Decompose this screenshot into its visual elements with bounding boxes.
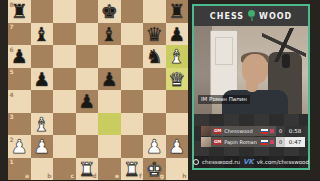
square-g7[interactable]: ♛ — [143, 23, 166, 46]
square-d8[interactable] — [76, 0, 99, 23]
webcam-video: IM Роман Папин — [194, 26, 308, 114]
black-bishop-e7[interactable]: ♝ — [98, 23, 121, 46]
player-avatar — [201, 126, 211, 136]
links-bar: chesswood.ru VK vk.com/chesswood — [194, 156, 308, 168]
player-clock: 0:47 — [285, 137, 305, 147]
square-a5[interactable]: 5 — [8, 68, 31, 91]
rank-label-6: 6 — [10, 47, 14, 53]
brand-banner: CHESS WOOD — [194, 6, 308, 26]
square-b3[interactable]: ♝ — [31, 113, 54, 136]
vk-icon: VK — [243, 159, 254, 166]
square-c5[interactable] — [53, 68, 76, 91]
rank-label-1: 1 — [10, 159, 14, 165]
membership-icon — [270, 140, 274, 144]
square-g8[interactable] — [143, 0, 166, 23]
square-h1[interactable]: h — [166, 158, 189, 181]
square-f3[interactable] — [121, 113, 144, 136]
rank-label-8: 8 — [10, 2, 14, 8]
file-label-c: c — [70, 173, 74, 179]
square-b2[interactable]: ♟ — [31, 135, 54, 158]
square-a6[interactable]: 6♟ — [8, 45, 31, 68]
match-score: 0 — [276, 126, 285, 136]
black-bishop-b7[interactable]: ♝ — [31, 23, 54, 46]
site-link[interactable]: chesswood.ru — [202, 159, 240, 165]
file-label-d: d — [92, 173, 96, 179]
square-a4[interactable]: 4 — [8, 90, 31, 113]
square-c8[interactable] — [53, 0, 76, 23]
streamer — [222, 52, 288, 114]
square-b4[interactable] — [31, 90, 54, 113]
square-h3[interactable] — [166, 113, 189, 136]
square-d7[interactable] — [76, 23, 99, 46]
square-c3[interactable] — [53, 113, 76, 136]
square-e7[interactable]: ♝ — [98, 23, 121, 46]
file-label-f: f — [139, 173, 142, 179]
player-row-bottom[interactable]: GM Papin Roman 0 0:47 — [201, 137, 305, 147]
square-c4[interactable] — [53, 90, 76, 113]
square-e2[interactable] — [98, 135, 121, 158]
membership-icon — [270, 129, 274, 133]
black-knight-g6[interactable]: ♞ — [143, 45, 166, 68]
square-f2[interactable] — [121, 135, 144, 158]
vk-link[interactable]: vk.com/chesswood — [257, 159, 309, 165]
square-f7[interactable] — [121, 23, 144, 46]
player-row-top[interactable]: GM Chesswood 0 0:58 — [201, 126, 305, 136]
square-f6[interactable] — [121, 45, 144, 68]
black-pawn-d4[interactable]: ♟ — [76, 90, 99, 113]
square-e3[interactable] — [98, 113, 121, 136]
player-name: Papin Roman — [224, 139, 259, 145]
square-f1[interactable]: f♜ — [121, 158, 144, 181]
square-d2[interactable] — [76, 135, 99, 158]
square-b7[interactable]: ♝ — [31, 23, 54, 46]
file-label-b: b — [47, 173, 51, 179]
flag-icon — [261, 140, 268, 145]
tree-icon — [247, 10, 256, 22]
square-c7[interactable] — [53, 23, 76, 46]
square-c2[interactable] — [53, 135, 76, 158]
square-h6[interactable]: ♝ — [166, 45, 189, 68]
white-bishop-b3[interactable]: ♝ — [31, 113, 54, 136]
white-queen-h5[interactable]: ♛ — [166, 68, 189, 91]
square-a3[interactable]: 3 — [8, 113, 31, 136]
square-b6[interactable] — [31, 45, 54, 68]
black-pawn-h7[interactable]: ♟ — [166, 23, 189, 46]
player-clock: 0:58 — [285, 126, 305, 136]
white-pawn-h2[interactable]: ♟ — [166, 135, 189, 158]
square-b1[interactable]: b — [31, 158, 54, 181]
square-h8[interactable]: ♜ — [166, 0, 189, 23]
stream-frame: 8♜♚♜7♝♝♛♟6♟♞♝5♟♟♛4♟3♝2♟♟♟♟1abcd♜ef♜g♚h C… — [0, 0, 320, 180]
square-b8[interactable] — [31, 0, 54, 23]
white-pawn-g2[interactable]: ♟ — [143, 135, 166, 158]
overlay-panel: CHESS WOOD IM Роман Папин GM — [192, 4, 310, 170]
file-label-a: a — [25, 173, 29, 179]
file-label-g: g — [160, 173, 164, 179]
square-a1[interactable]: 1a — [8, 158, 31, 181]
square-d4[interactable]: ♟ — [76, 90, 99, 113]
white-pawn-b2[interactable]: ♟ — [31, 135, 54, 158]
square-h2[interactable]: ♟ — [166, 135, 189, 158]
black-king-e8[interactable]: ♚ — [98, 0, 121, 23]
square-d5[interactable] — [76, 68, 99, 91]
webcam-name-caption: IM Роман Папин — [198, 95, 250, 104]
white-bishop-h6[interactable]: ♝ — [166, 45, 189, 68]
square-h7[interactable]: ♟ — [166, 23, 189, 46]
title-badge: GM — [213, 128, 222, 134]
rank-label-4: 4 — [10, 92, 14, 98]
rank-label-7: 7 — [10, 24, 14, 30]
rank-label-5: 5 — [10, 69, 14, 75]
player-name: Chesswood — [224, 128, 259, 134]
square-a7[interactable]: 7 — [8, 23, 31, 46]
black-rook-h8[interactable]: ♜ — [166, 0, 189, 23]
square-c1[interactable]: c — [53, 158, 76, 181]
title-badge: GM — [213, 139, 222, 145]
square-d6[interactable] — [76, 45, 99, 68]
black-pawn-e5[interactable]: ♟ — [98, 68, 121, 91]
square-d3[interactable] — [76, 113, 99, 136]
match-widget: GM Chesswood 0 0:58 GM Papin Roman 0 0:4… — [201, 126, 305, 148]
square-c6[interactable] — [53, 45, 76, 68]
square-g6[interactable]: ♞ — [143, 45, 166, 68]
brand-text-right: WOOD — [259, 12, 292, 21]
square-h4[interactable] — [166, 90, 189, 113]
square-d1[interactable]: d♜ — [76, 158, 99, 181]
match-score: 0 — [276, 137, 285, 147]
square-f5[interactable] — [121, 68, 144, 91]
square-g4[interactable] — [143, 90, 166, 113]
square-f4[interactable] — [121, 90, 144, 113]
file-label-e: e — [115, 173, 119, 179]
black-queen-g7[interactable]: ♛ — [143, 23, 166, 46]
rank-label-3: 3 — [10, 114, 14, 120]
rank-label-2: 2 — [10, 137, 14, 143]
file-label-h: h — [182, 173, 186, 179]
globe-icon — [193, 159, 199, 165]
square-g5[interactable] — [143, 68, 166, 91]
square-e5[interactable]: ♟ — [98, 68, 121, 91]
square-h5[interactable]: ♛ — [166, 68, 189, 91]
black-pawn-b5[interactable]: ♟ — [31, 68, 54, 91]
flag-icon — [261, 129, 268, 134]
brand-text-left: CHESS — [210, 12, 244, 21]
square-e8[interactable]: ♚ — [98, 0, 121, 23]
square-e6[interactable] — [98, 45, 121, 68]
square-a2[interactable]: 2♟ — [8, 135, 31, 158]
square-g2[interactable]: ♟ — [143, 135, 166, 158]
square-a8[interactable]: 8♜ — [8, 0, 31, 23]
streamer-hand — [246, 78, 258, 92]
player-avatar — [201, 137, 211, 147]
chess-board[interactable]: 8♜♚♜7♝♝♛♟6♟♞♝5♟♟♛4♟3♝2♟♟♟♟1abcd♜ef♜g♚h — [8, 0, 188, 180]
square-f8[interactable] — [121, 0, 144, 23]
square-e4[interactable] — [98, 90, 121, 113]
square-g3[interactable] — [143, 113, 166, 136]
square-e1[interactable]: e — [98, 158, 121, 181]
square-g1[interactable]: g♚ — [143, 158, 166, 181]
square-b5[interactable]: ♟ — [31, 68, 54, 91]
